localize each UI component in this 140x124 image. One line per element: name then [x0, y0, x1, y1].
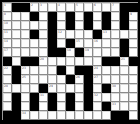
grid-cell-r13c7[interactable]: [57, 111, 66, 120]
clue-number: 2: [31, 3, 33, 6]
clue-number: 26: [76, 75, 80, 78]
grid-cell-r4c14[interactable]: [120, 30, 129, 39]
clue-number: 10: [4, 21, 8, 24]
block-cell-r3c10: [84, 21, 93, 30]
grid-cell-r8c6[interactable]: [48, 66, 57, 75]
grid-cell-r10c15[interactable]: [129, 84, 138, 93]
grid-cell-r10c14[interactable]: [120, 84, 129, 93]
clue-number: 25: [22, 75, 26, 78]
grid-cell-r11c13[interactable]: [111, 93, 120, 102]
clue-number: 24: [94, 66, 98, 69]
grid-cell-r10c3[interactable]: [21, 84, 30, 93]
grid-cell-r12c5[interactable]: [39, 102, 48, 111]
grid-cell-r5c11[interactable]: 16: [93, 39, 102, 48]
block-cell-r1c14: [120, 3, 129, 12]
block-cell-r13c13: [111, 111, 120, 120]
grid-cell-r5c5[interactable]: [39, 39, 48, 48]
grid-cell-r9c7[interactable]: [57, 75, 66, 84]
grid-cell-r6c15[interactable]: [129, 48, 138, 57]
grid-cell-r8c12[interactable]: [102, 66, 111, 75]
grid-cell-r6c13[interactable]: [111, 48, 120, 57]
block-cell-r3c12: [102, 21, 111, 30]
block-cell-r6c6: [48, 48, 57, 57]
grid-cell-r9c3[interactable]: 25: [21, 75, 30, 84]
grid-cell-r10c1[interactable]: 28: [3, 84, 12, 93]
block-cell-r1c2: [12, 3, 21, 12]
grid-cell-r7c8[interactable]: [66, 57, 75, 66]
grid-cell-r6c10[interactable]: 19: [84, 48, 93, 57]
clue-number: 32: [94, 93, 98, 96]
block-cell-r6c14: [120, 48, 129, 57]
grid-cell-r2c3[interactable]: [21, 12, 30, 21]
grid-cell-r1c12[interactable]: [102, 3, 111, 12]
grid-cell-r4c13[interactable]: [111, 30, 120, 39]
clue-number: 33: [112, 102, 116, 105]
grid-cell-r10c11[interactable]: [93, 84, 102, 93]
grid-cell-r13c5[interactable]: [39, 111, 48, 120]
clue-number: 17: [4, 48, 8, 51]
block-cell-r6c7: [57, 48, 66, 57]
block-cell-r4c6: [48, 30, 57, 39]
grid-cell-r12c1[interactable]: [3, 102, 12, 111]
grid-cell-r3c1[interactable]: 10: [3, 21, 12, 30]
grid-cell-r2c1[interactable]: 8: [3, 12, 12, 21]
grid-cell-r1c6[interactable]: [48, 3, 57, 12]
grid-cell-r6c2[interactable]: [12, 48, 21, 57]
grid-cell-r6c8[interactable]: 18: [66, 48, 75, 57]
clue-number: 7: [112, 3, 114, 6]
grid-cell-r6c1[interactable]: 17: [3, 48, 12, 57]
grid-cell-r13c15[interactable]: [129, 111, 138, 120]
clue-number: 31: [40, 93, 44, 96]
grid-cell-r9c14[interactable]: [120, 75, 129, 84]
crossword-grid: 1234567891011121314151617181920212223242…: [2, 2, 138, 120]
block-cell-r1c3: [21, 3, 30, 12]
grid-cell-r12c7[interactable]: [57, 102, 66, 111]
block-cell-r2c8: [66, 12, 75, 21]
grid-cell-r5c12[interactable]: [102, 39, 111, 48]
grid-cell-r12c3[interactable]: [21, 102, 30, 111]
clue-number: 20: [40, 57, 44, 60]
grid-cell-r13c8[interactable]: [66, 111, 75, 120]
grid-cell-r8c14[interactable]: [120, 66, 129, 75]
grid-cell-r9c9[interactable]: 26: [75, 75, 84, 84]
block-cell-r5c8: [66, 39, 75, 48]
grid-cell-r5c9[interactable]: 15: [75, 39, 84, 48]
grid-cell-r1c8[interactable]: [66, 3, 75, 12]
block-cell-r12c10: [84, 102, 93, 111]
block-cell-r3c6: [48, 21, 57, 30]
block-cell-r7c15: [129, 57, 138, 66]
block-cell-r7c3: [21, 57, 30, 66]
grid-cell-r3c2[interactable]: [12, 21, 21, 30]
grid-cell-r2c15[interactable]: 9: [129, 12, 138, 21]
grid-cell-r9c12[interactable]: [102, 75, 111, 84]
grid-cell-r7c11[interactable]: [93, 57, 102, 66]
grid-cell-r4c8[interactable]: [66, 30, 75, 39]
grid-cell-r12c11[interactable]: [93, 102, 102, 111]
grid-cell-r5c3[interactable]: [21, 39, 30, 48]
block-cell-r2c14: [120, 12, 129, 21]
grid-cell-r2c7[interactable]: [57, 12, 66, 21]
grid-cell-r8c8[interactable]: [66, 66, 75, 75]
grid-cell-r13c10[interactable]: [84, 111, 93, 120]
clue-number: 6: [94, 3, 96, 6]
grid-cell-r2c13[interactable]: [111, 12, 120, 21]
block-cell-r4c11: [93, 30, 102, 39]
clue-number: 1: [4, 3, 6, 6]
grid-cell-r7c6[interactable]: [48, 57, 57, 66]
grid-cell-r8c11[interactable]: 24: [93, 66, 102, 75]
block-cell-r13c1: [3, 111, 12, 120]
block-cell-r2c12: [102, 12, 111, 21]
grid-cell-r2c5[interactable]: [39, 12, 48, 21]
block-cell-r10c10: [84, 84, 93, 93]
grid-cell-r4c15[interactable]: [129, 30, 138, 39]
grid-cell-r4c3[interactable]: [21, 30, 30, 39]
block-cell-r9c2: [12, 75, 21, 84]
block-cell-r12c8: [66, 102, 75, 111]
grid-cell-r7c9[interactable]: [75, 57, 84, 66]
block-cell-r5c14: [120, 39, 129, 48]
grid-cell-r5c2[interactable]: [12, 39, 21, 48]
block-cell-r7c12: [102, 57, 111, 66]
grid-cell-r4c12[interactable]: 13: [102, 30, 111, 39]
block-cell-r11c6: [48, 93, 57, 102]
grid-cell-r11c9[interactable]: [75, 93, 84, 102]
block-cell-r9c8: [66, 75, 75, 84]
grid-cell-r13c11[interactable]: [93, 111, 102, 120]
block-cell-r7c4: [30, 57, 39, 66]
grid-cell-r5c15[interactable]: [129, 39, 138, 48]
grid-cell-r1c10[interactable]: [84, 3, 93, 12]
grid-cell-r5c7[interactable]: [57, 39, 66, 48]
grid-cell-r1c4[interactable]: 2: [30, 3, 39, 12]
grid-cell-r11c5[interactable]: 31: [39, 93, 48, 102]
grid-cell-r5c13[interactable]: [111, 39, 120, 48]
clue-number: 4: [58, 3, 60, 6]
grid-cell-r8c1[interactable]: 22: [3, 66, 12, 75]
clue-number: 13: [103, 30, 107, 33]
grid-cell-r2c9[interactable]: [75, 12, 84, 21]
grid-cell-r8c15[interactable]: [129, 66, 138, 75]
clue-number: 3: [40, 3, 42, 6]
grid-cell-r7c5[interactable]: 20: [39, 57, 48, 66]
block-cell-r13c14: [120, 111, 129, 120]
grid-cell-r12c9[interactable]: [75, 102, 84, 111]
grid-cell-r3c9[interactable]: [75, 21, 84, 30]
block-cell-r10c5: [39, 84, 48, 93]
grid-cell-r3c13[interactable]: [111, 21, 120, 30]
grid-cell-r12c15[interactable]: [129, 102, 138, 111]
block-cell-r8c10: [84, 66, 93, 75]
grid-cell-r6c11[interactable]: [93, 48, 102, 57]
grid-cell-r3c7[interactable]: [57, 21, 66, 30]
grid-cell-r13c4[interactable]: [30, 111, 39, 120]
grid-cell-r9c15[interactable]: [129, 75, 138, 84]
grid-cell-r11c3[interactable]: [21, 93, 30, 102]
grid-cell-r3c15[interactable]: [129, 21, 138, 30]
crossword-app-background: 1234567891011121314151617181920212223242…: [0, 0, 140, 124]
grid-cell-r10c2[interactable]: [12, 84, 21, 93]
grid-cell-r7c14[interactable]: 21: [120, 57, 129, 66]
grid-cell-r10c4[interactable]: [30, 84, 39, 93]
clue-number: 23: [22, 66, 26, 69]
grid-cell-r6c12[interactable]: [102, 48, 111, 57]
block-cell-r1c15: [129, 3, 138, 12]
block-cell-r9c10: [84, 75, 93, 84]
clue-number: 8: [4, 12, 6, 15]
clue-number: 27: [94, 75, 98, 78]
clue-number: 16: [94, 39, 98, 42]
block-cell-r13c2: [12, 111, 21, 120]
grid-cell-r7c2[interactable]: [12, 57, 21, 66]
grid-cell-r7c7[interactable]: [57, 57, 66, 66]
grid-cell-r8c3[interactable]: 23: [21, 66, 30, 75]
block-cell-r8c7: [57, 66, 66, 75]
grid-cell-r10c9[interactable]: [75, 84, 84, 93]
grid-cell-r4c10[interactable]: [84, 30, 93, 39]
block-cell-r2c4: [30, 12, 39, 21]
clue-number: 30: [112, 84, 116, 87]
block-cell-r8c2: [12, 66, 21, 75]
grid-cell-r3c3[interactable]: [21, 21, 30, 30]
grid-cell-r3c4[interactable]: [30, 21, 39, 30]
block-cell-r11c10: [84, 93, 93, 102]
block-cell-r11c4: [30, 93, 39, 102]
grid-cell-r6c3[interactable]: [21, 48, 30, 57]
grid-cell-r6c5[interactable]: [39, 48, 48, 57]
block-cell-r2c10: [84, 12, 93, 21]
clue-number: 19: [85, 48, 89, 51]
block-cell-r4c4: [30, 30, 39, 39]
block-cell-r3c8: [66, 21, 75, 30]
clue-number: 11: [4, 30, 8, 33]
block-cell-r10c12: [102, 84, 111, 93]
grid-cell-r2c2[interactable]: [12, 12, 21, 21]
block-cell-r12c4: [30, 102, 39, 111]
grid-cell-r11c11[interactable]: 32: [93, 93, 102, 102]
grid-cell-r1c5[interactable]: 3: [39, 3, 48, 12]
grid-cell-r2c11[interactable]: [93, 12, 102, 21]
grid-cell-r1c11[interactable]: 6: [93, 3, 102, 12]
grid-cell-r4c7[interactable]: 12: [57, 30, 66, 39]
grid-cell-r1c1[interactable]: 1: [3, 3, 12, 12]
grid-cell-r7c10[interactable]: [84, 57, 93, 66]
grid-cell-r13c3[interactable]: 34: [21, 111, 30, 120]
clue-number: 18: [67, 48, 71, 51]
grid-cell-r11c7[interactable]: [57, 93, 66, 102]
clue-number: 21: [121, 57, 125, 60]
clue-number: 5: [76, 3, 78, 6]
block-cell-r12c12: [102, 102, 111, 111]
grid-cell-r4c9[interactable]: [75, 30, 84, 39]
grid-cell-r12c13[interactable]: 33: [111, 102, 120, 111]
grid-cell-r9c13[interactable]: [111, 75, 120, 84]
block-cell-r5c6: [48, 39, 57, 48]
grid-cell-r9c11[interactable]: 27: [93, 75, 102, 84]
clue-number: 28: [4, 84, 8, 87]
grid-cell-r11c12[interactable]: [102, 93, 111, 102]
grid-cell-r6c4[interactable]: [30, 48, 39, 57]
clue-number: 9: [130, 12, 132, 15]
grid-cell-r5c10[interactable]: [84, 39, 93, 48]
block-cell-r7c1: [3, 57, 12, 66]
clue-number: 12: [58, 30, 62, 33]
grid-cell-r8c13[interactable]: [111, 66, 120, 75]
grid-cell-r12c14[interactable]: [120, 102, 129, 111]
grid-cell-r5c4[interactable]: [30, 39, 39, 48]
grid-cell-r4c5[interactable]: [39, 30, 48, 39]
grid-cell-r8c4[interactable]: [30, 66, 39, 75]
grid-cell-r11c15[interactable]: [129, 93, 138, 102]
block-cell-r11c2: [12, 93, 21, 102]
block-cell-r7c13: [111, 57, 120, 66]
grid-cell-r1c7[interactable]: 4: [57, 3, 66, 12]
clue-number: 15: [76, 39, 80, 42]
clue-number: 14: [4, 39, 8, 42]
grid-cell-r5c1[interactable]: 14: [3, 39, 12, 48]
grid-cell-r3c5[interactable]: [39, 21, 48, 30]
grid-cell-r10c8[interactable]: [66, 84, 75, 93]
grid-cell-r10c6[interactable]: 29: [48, 84, 57, 93]
grid-cell-r1c13[interactable]: 7: [111, 3, 120, 12]
grid-cell-r4c2[interactable]: [12, 30, 21, 39]
grid-cell-r9c4[interactable]: [30, 75, 39, 84]
grid-cell-r10c7[interactable]: [57, 84, 66, 93]
grid-cell-r9c5[interactable]: [39, 75, 48, 84]
block-cell-r11c8: [66, 93, 75, 102]
grid-cell-r10c13[interactable]: 30: [111, 84, 120, 93]
grid-cell-r11c14[interactable]: [120, 93, 129, 102]
grid-cell-r13c9[interactable]: [75, 111, 84, 120]
grid-cell-r3c11[interactable]: [93, 21, 102, 30]
block-cell-r6c9: [75, 48, 84, 57]
clue-number: 29: [49, 84, 53, 87]
grid-cell-r4c1[interactable]: 11: [3, 30, 12, 39]
block-cell-r12c2: [12, 102, 21, 111]
block-cell-r2c6: [48, 12, 57, 21]
grid-cell-r11c1[interactable]: [3, 93, 12, 102]
clue-number: 22: [4, 66, 8, 69]
grid-cell-r8c5[interactable]: [39, 66, 48, 75]
block-cell-r3c14: [120, 21, 129, 30]
grid-cell-r9c1[interactable]: [3, 75, 12, 84]
grid-cell-r13c6[interactable]: [48, 111, 57, 120]
grid-cell-r13c12[interactable]: [102, 111, 111, 120]
block-cell-r12c6: [48, 102, 57, 111]
clue-number: 34: [22, 111, 26, 114]
grid-cell-r9c6[interactable]: [48, 75, 57, 84]
block-cell-r8c9: [75, 66, 84, 75]
grid-cell-r1c9[interactable]: 5: [75, 3, 84, 12]
